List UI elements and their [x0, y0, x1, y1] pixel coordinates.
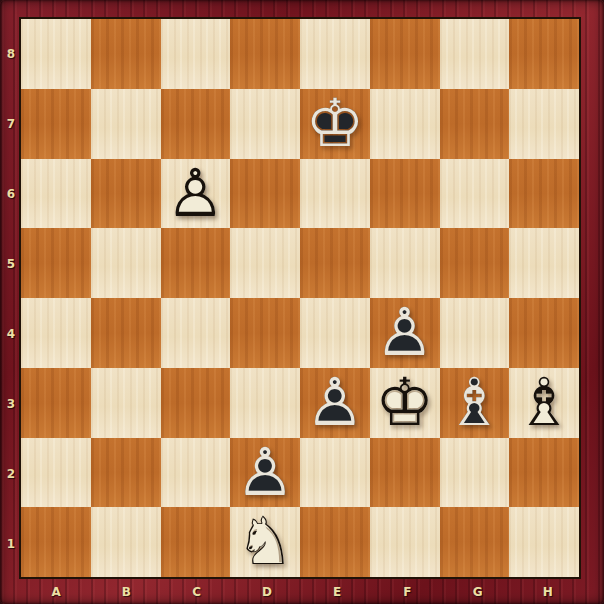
square-e4[interactable] — [300, 298, 370, 368]
square-h4[interactable] — [509, 298, 579, 368]
square-e3[interactable]: ♟♙ — [300, 368, 370, 438]
square-e1[interactable] — [300, 507, 370, 577]
file-label: C — [162, 581, 232, 603]
square-b7[interactable] — [91, 89, 161, 159]
square-g8[interactable] — [440, 19, 510, 89]
square-e6[interactable] — [300, 159, 370, 229]
black-king-piece[interactable]: ♚♔ — [300, 89, 370, 159]
square-a2[interactable] — [21, 438, 91, 508]
square-e8[interactable] — [300, 19, 370, 89]
file-label: E — [302, 581, 372, 603]
square-b5[interactable] — [91, 228, 161, 298]
white-bishop-piece[interactable]: ♝♗ — [509, 368, 579, 438]
file-label: D — [232, 581, 302, 603]
square-c7[interactable] — [161, 89, 231, 159]
square-a8[interactable] — [21, 19, 91, 89]
square-g2[interactable] — [440, 438, 510, 508]
square-b3[interactable] — [91, 368, 161, 438]
square-c6[interactable]: ♟♙ — [161, 159, 231, 229]
square-h3[interactable]: ♝♗ — [509, 368, 579, 438]
square-g6[interactable] — [440, 159, 510, 229]
square-a4[interactable] — [21, 298, 91, 368]
rank-label: 8 — [0, 19, 19, 89]
white-knight-piece[interactable]: ♞♘ — [230, 507, 300, 577]
black-pawn-piece[interactable]: ♟♙ — [370, 298, 440, 368]
square-g5[interactable] — [440, 228, 510, 298]
square-f3[interactable]: ♚♔ — [370, 368, 440, 438]
square-d7[interactable] — [230, 89, 300, 159]
square-b4[interactable] — [91, 298, 161, 368]
square-g1[interactable] — [440, 507, 510, 577]
white-king-piece[interactable]: ♚♔ — [370, 368, 440, 438]
square-d1[interactable]: ♞♘ — [230, 507, 300, 577]
square-h2[interactable] — [509, 438, 579, 508]
square-b8[interactable] — [91, 19, 161, 89]
square-g3[interactable]: ♝♗ — [440, 368, 510, 438]
square-f4[interactable]: ♟♙ — [370, 298, 440, 368]
chess-board: ♚♔♟♙♟♙♟♙♚♔♝♗♝♗♟♙♞♘ — [19, 17, 581, 579]
file-label: F — [372, 581, 442, 603]
square-a3[interactable] — [21, 368, 91, 438]
square-c2[interactable] — [161, 438, 231, 508]
square-h1[interactable] — [509, 507, 579, 577]
square-g7[interactable] — [440, 89, 510, 159]
black-pawn-piece[interactable]: ♟♙ — [300, 368, 370, 438]
square-c4[interactable] — [161, 298, 231, 368]
square-d4[interactable] — [230, 298, 300, 368]
square-c3[interactable] — [161, 368, 231, 438]
square-d2[interactable]: ♟♙ — [230, 438, 300, 508]
square-b1[interactable] — [91, 507, 161, 577]
square-d3[interactable] — [230, 368, 300, 438]
file-label: H — [513, 581, 583, 603]
square-c5[interactable] — [161, 228, 231, 298]
square-a6[interactable] — [21, 159, 91, 229]
square-f6[interactable] — [370, 159, 440, 229]
square-h6[interactable] — [509, 159, 579, 229]
white-pawn-piece[interactable]: ♟♙ — [161, 159, 231, 229]
square-a7[interactable] — [21, 89, 91, 159]
square-h5[interactable] — [509, 228, 579, 298]
square-f2[interactable] — [370, 438, 440, 508]
square-f8[interactable] — [370, 19, 440, 89]
square-f7[interactable] — [370, 89, 440, 159]
rank-label: 7 — [0, 89, 19, 159]
rank-label: 6 — [0, 159, 19, 229]
rank-label: 1 — [0, 509, 19, 579]
file-labels: ABCDEFGH — [21, 581, 583, 603]
square-a5[interactable] — [21, 228, 91, 298]
file-label: B — [91, 581, 161, 603]
black-pawn-piece[interactable]: ♟♙ — [230, 438, 300, 508]
rank-label: 5 — [0, 229, 19, 299]
square-d5[interactable] — [230, 228, 300, 298]
square-a1[interactable] — [21, 507, 91, 577]
square-d8[interactable] — [230, 19, 300, 89]
black-bishop-piece[interactable]: ♝♗ — [440, 368, 510, 438]
square-e7[interactable]: ♚♔ — [300, 89, 370, 159]
square-b6[interactable] — [91, 159, 161, 229]
board-frame: ♚♔♟♙♟♙♟♙♚♔♝♗♝♗♟♙♞♘ 87654321 ABCDEFGH — [0, 0, 604, 604]
rank-labels: 87654321 — [0, 19, 19, 579]
rank-label: 4 — [0, 299, 19, 369]
file-label: G — [443, 581, 513, 603]
square-h8[interactable] — [509, 19, 579, 89]
square-g4[interactable] — [440, 298, 510, 368]
square-e2[interactable] — [300, 438, 370, 508]
square-h7[interactable] — [509, 89, 579, 159]
square-f1[interactable] — [370, 507, 440, 577]
square-f5[interactable] — [370, 228, 440, 298]
square-b2[interactable] — [91, 438, 161, 508]
square-e5[interactable] — [300, 228, 370, 298]
square-c8[interactable] — [161, 19, 231, 89]
square-c1[interactable] — [161, 507, 231, 577]
square-d6[interactable] — [230, 159, 300, 229]
rank-label: 3 — [0, 369, 19, 439]
rank-label: 2 — [0, 439, 19, 509]
file-label: A — [21, 581, 91, 603]
